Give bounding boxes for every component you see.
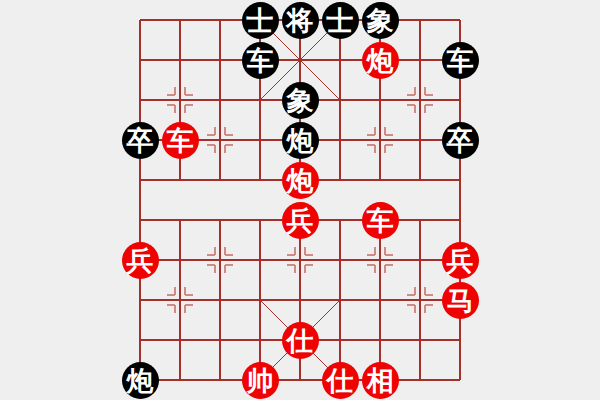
piece-red-advisor[interactable]: 仕 [282, 322, 319, 359]
piece-black-advisor[interactable]: 士 [242, 2, 279, 39]
piece-black-soldier[interactable]: 卒 [122, 122, 159, 159]
piece-black-cannon[interactable]: 炮 [282, 122, 319, 159]
piece-red-soldier[interactable]: 兵 [122, 242, 159, 279]
piece-black-soldier[interactable]: 卒 [442, 122, 479, 159]
piece-red-advisor[interactable]: 仕 [322, 362, 359, 399]
piece-black-advisor[interactable]: 士 [322, 2, 359, 39]
piece-red-soldier[interactable]: 兵 [442, 242, 479, 279]
piece-black-chariot[interactable]: 车 [242, 42, 279, 79]
piece-red-soldier[interactable]: 兵 [282, 202, 319, 239]
xiangqi-board-screen: 士将士象车炮车象卒车炮卒炮兵车兵兵马仕炮帅仕相 [0, 0, 600, 400]
piece-black-chariot[interactable]: 车 [442, 42, 479, 79]
piece-red-general[interactable]: 帅 [242, 362, 279, 399]
piece-red-cannon[interactable]: 炮 [282, 162, 319, 199]
piece-black-elephant[interactable]: 象 [282, 82, 319, 119]
xiangqi-board[interactable]: 士将士象车炮车象卒车炮卒炮兵车兵兵马仕炮帅仕相 [120, 0, 480, 400]
piece-red-elephant[interactable]: 相 [362, 362, 399, 399]
piece-red-horse[interactable]: 马 [442, 282, 479, 319]
piece-black-cannon[interactable]: 炮 [122, 362, 159, 399]
piece-red-chariot[interactable]: 车 [162, 122, 199, 159]
piece-red-cannon[interactable]: 炮 [362, 42, 399, 79]
piece-black-general[interactable]: 将 [282, 2, 319, 39]
piece-black-elephant[interactable]: 象 [362, 2, 399, 39]
piece-red-chariot[interactable]: 车 [362, 202, 399, 239]
